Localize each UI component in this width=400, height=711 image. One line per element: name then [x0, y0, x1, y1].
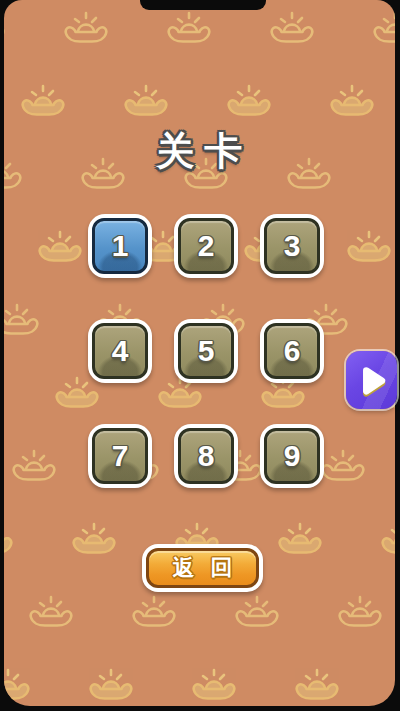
level-button-9[interactable]: 9: [260, 424, 324, 488]
level-number: 7: [112, 441, 129, 471]
gold-ingot-icon: [20, 82, 66, 122]
level-number: 4: [112, 336, 129, 366]
gold-ingot-icon: [277, 520, 323, 560]
level-button-3[interactable]: 3: [260, 214, 324, 278]
back-button[interactable]: 返回: [142, 544, 263, 592]
gold-ingot-icon: [329, 82, 375, 122]
gold-ingot-icon: [380, 520, 395, 560]
level-button-face: 3: [264, 218, 320, 274]
gold-ingot-icon: [88, 666, 134, 706]
level-button-face: 1: [92, 218, 148, 274]
gold-ingot-icon: [191, 666, 237, 706]
floating-play-button[interactable]: [346, 351, 397, 409]
level-button-face: 7: [92, 428, 148, 484]
gold-ingot-icon: [4, 9, 6, 49]
level-button-5[interactable]: 5: [174, 319, 238, 383]
level-button-face: 8: [178, 428, 234, 484]
level-number: 3: [284, 231, 301, 261]
gold-ingot-icon: [71, 520, 117, 560]
phone-frame: 关卡 123456789 返回: [0, 0, 400, 711]
level-number: 9: [284, 441, 301, 471]
gold-ingot-icon: [234, 593, 280, 633]
gold-ingot-icon: [269, 9, 315, 49]
level-button-8[interactable]: 8: [174, 424, 238, 488]
level-button-7[interactable]: 7: [88, 424, 152, 488]
gold-ingot-icon: [337, 593, 383, 633]
gold-ingot-icon: [131, 593, 177, 633]
gold-ingot-icon: [294, 666, 340, 706]
back-button-label: 返回: [157, 553, 249, 583]
level-button-face: 4: [92, 323, 148, 379]
gold-ingot-icon: [11, 447, 57, 487]
play-icon: [355, 363, 389, 397]
gold-ingot-icon: [320, 447, 366, 487]
level-number: 1: [112, 231, 129, 261]
back-button-face: 返回: [146, 548, 259, 588]
level-button-face: 2: [178, 218, 234, 274]
level-button-1[interactable]: 1: [88, 214, 152, 278]
level-button-face: 9: [264, 428, 320, 484]
level-number: 6: [284, 336, 301, 366]
gold-ingot-icon: [166, 9, 212, 49]
gold-ingot-icon: [28, 593, 74, 633]
gold-ingot-icon: [346, 228, 392, 268]
gold-ingot-icon: [226, 82, 272, 122]
level-button-face: 5: [178, 323, 234, 379]
level-button-6[interactable]: 6: [260, 319, 324, 383]
level-grid: 123456789: [88, 214, 324, 488]
gold-ingot-icon: [4, 520, 14, 560]
phone-notch: [140, 0, 266, 10]
gold-ingot-icon: [4, 666, 31, 706]
level-number: 2: [198, 231, 215, 261]
level-number: 8: [198, 441, 215, 471]
level-number: 5: [198, 336, 215, 366]
page-title: 关卡: [4, 126, 395, 177]
level-button-face: 6: [264, 323, 320, 379]
level-button-2[interactable]: 2: [174, 214, 238, 278]
gold-ingot-icon: [4, 301, 40, 341]
gold-ingot-icon: [63, 9, 109, 49]
game-screen: 关卡 123456789 返回: [4, 0, 395, 706]
gold-ingot-icon: [123, 82, 169, 122]
gold-ingot-icon: [372, 9, 395, 49]
gold-ingot-icon: [37, 228, 83, 268]
level-button-4[interactable]: 4: [88, 319, 152, 383]
